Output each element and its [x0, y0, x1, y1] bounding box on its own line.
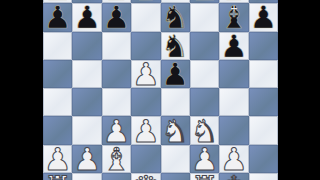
white-rook-a1[interactable]: ♜: [44, 173, 72, 180]
black-pawn-c7[interactable]: ♟: [103, 3, 131, 31]
square-h7[interactable]: ♟: [249, 3, 278, 31]
black-pawn-e5[interactable]: ♟: [161, 60, 189, 88]
black-pawn-a7[interactable]: ♟: [44, 3, 72, 31]
square-a1[interactable]: ♜: [43, 173, 72, 180]
square-a7[interactable]: ♟: [43, 3, 72, 31]
letterbox-left: [0, 0, 43, 180]
white-king-g1[interactable]: ♚: [220, 173, 248, 180]
black-rook-f8[interactable]: ♜: [191, 0, 219, 3]
black-queen-d8[interactable]: ♛: [132, 0, 160, 3]
square-d8[interactable]: ♛: [131, 0, 160, 3]
square-f5[interactable]: [190, 60, 219, 88]
black-pawn-h7[interactable]: ♟: [249, 3, 277, 31]
square-c7[interactable]: ♟: [102, 3, 131, 31]
bishop-cross-icon: +: [113, 146, 121, 155]
square-a4[interactable]: [43, 88, 72, 116]
square-d7[interactable]: [131, 3, 160, 31]
square-d3[interactable]: ♟: [131, 116, 160, 144]
white-pawn-d5[interactable]: ♟: [132, 60, 160, 88]
square-e3[interactable]: ♞: [161, 116, 190, 144]
square-d5[interactable]: ♟: [131, 60, 160, 88]
square-f1[interactable]: ♜: [190, 173, 219, 180]
square-f7[interactable]: [190, 3, 219, 31]
square-e5[interactable]: ♟: [161, 60, 190, 88]
square-c2[interactable]: ♝+: [102, 145, 131, 173]
square-f6[interactable]: [190, 32, 219, 60]
white-pawn-d3[interactable]: ♟: [132, 117, 160, 145]
chess-board: ♜♝+♛♜♚♟♟♟♞♝+♟♞♟♟♟♟♟♞♞♟♟♝+♟♟♜♛♜♚: [43, 0, 278, 180]
letterbox-right: [278, 0, 320, 180]
square-b7[interactable]: ♟: [72, 3, 101, 31]
chess-video-frame: ♜♝+♛♜♚♟♟♟♞♝+♟♞♟♟♟♟♟♞♞♟♟♝+♟♟♜♛♜♚: [0, 0, 320, 180]
black-pawn-g6[interactable]: ♟: [220, 32, 248, 60]
square-e1[interactable]: [161, 173, 190, 180]
white-pawn-b2[interactable]: ♟: [73, 145, 101, 173]
white-knight-e3[interactable]: ♞: [161, 117, 189, 145]
square-g4[interactable]: [219, 88, 248, 116]
square-g6[interactable]: ♟: [219, 32, 248, 60]
square-b5[interactable]: [72, 60, 101, 88]
square-a5[interactable]: [43, 60, 72, 88]
square-e2[interactable]: [161, 145, 190, 173]
square-c6[interactable]: [102, 32, 131, 60]
square-b2[interactable]: ♟: [72, 145, 101, 173]
square-h3[interactable]: [249, 116, 278, 144]
square-h6[interactable]: [249, 32, 278, 60]
square-g5[interactable]: [219, 60, 248, 88]
square-h4[interactable]: [249, 88, 278, 116]
square-c5[interactable]: [102, 60, 131, 88]
square-a6[interactable]: [43, 32, 72, 60]
white-rook-f1[interactable]: ♜: [191, 173, 219, 180]
square-f8[interactable]: ♜: [190, 0, 219, 3]
square-b4[interactable]: [72, 88, 101, 116]
white-queen-d1[interactable]: ♛: [132, 173, 160, 180]
square-h2[interactable]: [249, 145, 278, 173]
square-h5[interactable]: [249, 60, 278, 88]
square-g1[interactable]: ♚: [219, 173, 248, 180]
bishop-cross-icon: +: [230, 4, 238, 13]
square-b6[interactable]: [72, 32, 101, 60]
square-d1[interactable]: ♛: [131, 173, 160, 180]
black-pawn-b7[interactable]: ♟: [73, 3, 101, 31]
square-h1[interactable]: [249, 173, 278, 180]
